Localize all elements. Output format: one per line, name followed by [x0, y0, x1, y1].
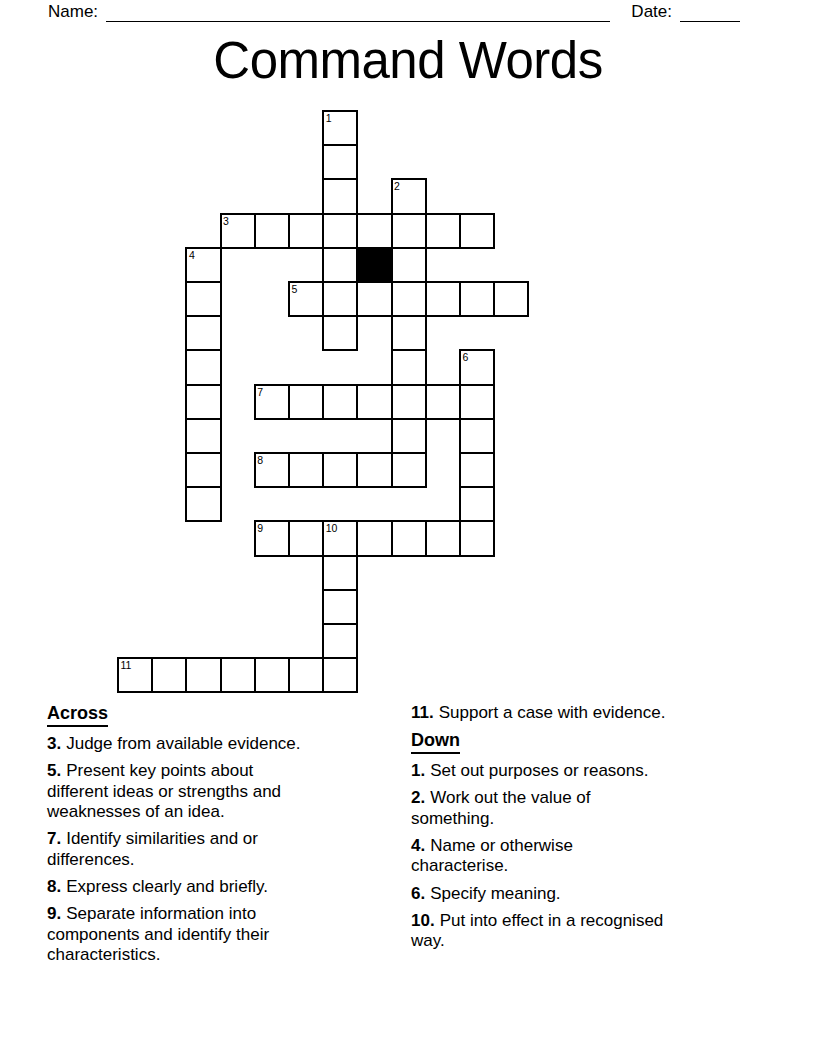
clue-number: 6: [463, 352, 469, 363]
clues-column-right: 11.Support a case with evidence. Down 1.…: [411, 703, 777, 958]
clue-across-11: 11.Support a case with evidence.: [411, 703, 777, 724]
grid-cell[interactable]: [185, 315, 221, 351]
grid-cell[interactable]: [185, 486, 221, 522]
clue-down-6: 6.Specify meaning.: [411, 884, 777, 905]
grid-cell[interactable]: [459, 384, 495, 420]
clue-number: 2: [394, 181, 400, 192]
black-cell: [356, 247, 392, 283]
grid-cell[interactable]: [356, 213, 392, 249]
grid-cell[interactable]: [185, 418, 221, 454]
grid-cell[interactable]: [322, 144, 358, 180]
grid-cell[interactable]: [322, 315, 358, 351]
clue-number: 11: [121, 660, 132, 671]
grid-cell[interactable]: [322, 281, 358, 317]
clue-number: 10: [326, 523, 338, 534]
grid-cell[interactable]: [391, 384, 427, 420]
grid-cell[interactable]: [220, 657, 256, 693]
clue-number: 7: [257, 387, 263, 398]
grid-cell[interactable]: [322, 589, 358, 625]
across-header: Across: [47, 703, 405, 727]
grid-cell[interactable]: [185, 384, 221, 420]
grid-cell[interactable]: [459, 418, 495, 454]
grid-cell[interactable]: [391, 520, 427, 556]
clue-down-2: 2.Work out the value of something.: [411, 788, 777, 829]
grid-cell[interactable]: [322, 452, 358, 488]
grid-cell[interactable]: [288, 213, 324, 249]
grid-cell[interactable]: [425, 281, 461, 317]
clues-column-left: Across 3.Judge from available evidence. …: [47, 703, 405, 972]
grid-cell[interactable]: [391, 315, 427, 351]
grid-cell[interactable]: [322, 247, 358, 283]
grid-cell[interactable]: [459, 486, 495, 522]
grid-cell[interactable]: [288, 520, 324, 556]
clue-number: 9: [257, 523, 263, 534]
clue-down-10: 10.Put into effect in a recognised way.: [411, 911, 777, 952]
grid-cell[interactable]: [356, 384, 392, 420]
clue-down-4: 4.Name or otherwise characterise.: [411, 836, 777, 877]
page-title: Command Words: [0, 32, 816, 90]
grid-cell[interactable]: [425, 213, 461, 249]
grid-cell[interactable]: [288, 657, 324, 693]
grid-cell[interactable]: [459, 281, 495, 317]
clue-across-7: 7.Identify similarities and or differenc…: [47, 829, 405, 870]
down-header: Down: [411, 730, 777, 754]
name-label: Name:: [48, 2, 98, 22]
grid-cell[interactable]: [151, 657, 187, 693]
grid-cell[interactable]: [322, 555, 358, 591]
clue-number: 8: [257, 455, 263, 466]
grid-cell[interactable]: [391, 418, 427, 454]
date-label: Date:: [631, 2, 672, 22]
grid-cell[interactable]: [322, 178, 358, 214]
grid-cell[interactable]: [254, 657, 290, 693]
clue-number: 1: [326, 113, 332, 124]
clue-number: 5: [292, 284, 298, 295]
grid-cell[interactable]: [391, 213, 427, 249]
grid-cell[interactable]: [322, 213, 358, 249]
clue-across-9: 9.Separate information into components a…: [47, 904, 405, 966]
grid-cell[interactable]: [356, 281, 392, 317]
grid-cell[interactable]: [254, 213, 290, 249]
grid-cell[interactable]: [185, 657, 221, 693]
clue-down-1: 1.Set out purposes or reasons.: [411, 761, 777, 782]
grid-cell[interactable]: [322, 657, 358, 693]
clue-number: 4: [189, 250, 195, 261]
grid-cell[interactable]: [425, 384, 461, 420]
grid-cell[interactable]: [459, 520, 495, 556]
grid-cell[interactable]: [288, 452, 324, 488]
grid-cell[interactable]: [185, 452, 221, 488]
clue-across-8: 8.Express clearly and briefly.: [47, 877, 405, 898]
grid-cell[interactable]: [425, 520, 461, 556]
clue-across-3: 3.Judge from available evidence.: [47, 734, 405, 755]
grid-cell[interactable]: [322, 384, 358, 420]
date-blank-line[interactable]: [680, 6, 740, 22]
clue-across-5: 5.Present key points about different ide…: [47, 761, 405, 823]
grid-cell[interactable]: [391, 349, 427, 385]
clue-number: 3: [223, 216, 229, 227]
grid-cell[interactable]: [356, 452, 392, 488]
grid-cell[interactable]: [185, 281, 221, 317]
grid-cell[interactable]: [459, 452, 495, 488]
grid-cell[interactable]: [185, 349, 221, 385]
worksheet-header: Name: Date:: [48, 2, 740, 22]
grid-cell[interactable]: [493, 281, 529, 317]
grid-cell[interactable]: [322, 623, 358, 659]
grid-cell[interactable]: [459, 213, 495, 249]
grid-cell[interactable]: [288, 384, 324, 420]
grid-cell[interactable]: [391, 247, 427, 283]
name-blank-line[interactable]: [106, 6, 610, 22]
crossword-grid: 1234567891011: [117, 110, 530, 693]
grid-cell[interactable]: [391, 452, 427, 488]
grid-cell[interactable]: [356, 520, 392, 556]
grid-cell[interactable]: [391, 281, 427, 317]
